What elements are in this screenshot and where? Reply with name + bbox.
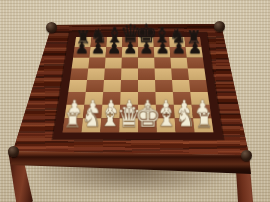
square-a4[interactable] [68, 80, 87, 92]
square-d6[interactable] [121, 57, 138, 68]
piece-white-knight[interactable]: ♞ [175, 107, 196, 130]
square-b6[interactable] [88, 57, 105, 68]
square-h4[interactable] [189, 80, 208, 92]
square-e5[interactable] [138, 68, 155, 80]
square-d7[interactable]: ♟ [122, 47, 138, 57]
square-g7[interactable]: ♟ [170, 47, 187, 57]
piece-white-rook[interactable]: ♜ [194, 110, 213, 131]
square-f7[interactable]: ♟ [154, 47, 171, 57]
photo-scene: ♜♞♝♛♚♝♞♜♟♟♟♟♟♟♟♟♟♟♟♟♟♟♟♟♜♞♝♛♚♝♞♜ [0, 0, 270, 202]
square-c7[interactable]: ♟ [106, 47, 123, 57]
square-g4[interactable] [172, 80, 190, 92]
corner-knob-back-left [46, 22, 57, 33]
square-g5[interactable] [171, 68, 189, 80]
square-a1[interactable]: ♜ [63, 118, 83, 132]
piece-black-pawn[interactable]: ♟ [90, 40, 104, 56]
square-h1[interactable]: ♜ [193, 118, 213, 132]
square-d5[interactable] [121, 68, 138, 80]
piece-black-pawn[interactable]: ♟ [123, 40, 137, 56]
corner-knob-front-right [241, 150, 252, 161]
square-h5[interactable] [188, 68, 206, 80]
square-f1[interactable]: ♝ [156, 118, 175, 132]
square-e6[interactable] [138, 57, 155, 68]
square-a6[interactable] [72, 57, 90, 68]
piece-black-pawn[interactable]: ♟ [74, 40, 88, 56]
square-g6[interactable] [170, 57, 187, 68]
piece-black-pawn[interactable]: ♟ [171, 40, 185, 56]
corner-knob-front-left [8, 146, 19, 157]
piece-black-pawn[interactable]: ♟ [187, 40, 201, 56]
square-f6[interactable] [154, 57, 171, 68]
square-h7[interactable]: ♟ [186, 47, 203, 57]
piece-black-pawn[interactable]: ♟ [107, 40, 121, 56]
square-b7[interactable]: ♟ [89, 47, 106, 57]
square-e7[interactable]: ♟ [138, 47, 154, 57]
square-e1[interactable]: ♚ [138, 118, 157, 132]
square-c4[interactable] [103, 80, 121, 92]
piece-white-rook[interactable]: ♜ [63, 110, 82, 131]
square-b4[interactable] [86, 80, 104, 92]
square-e4[interactable] [138, 80, 155, 92]
piece-black-pawn[interactable]: ♟ [155, 40, 169, 56]
square-a7[interactable]: ♟ [73, 47, 90, 57]
square-a5[interactable] [70, 68, 88, 80]
square-b5[interactable] [87, 68, 105, 80]
square-h6[interactable] [187, 57, 205, 68]
square-c6[interactable] [105, 57, 122, 68]
square-f5[interactable] [155, 68, 172, 80]
square-f4[interactable] [155, 80, 173, 92]
square-g1[interactable]: ♞ [175, 118, 195, 132]
piece-black-pawn[interactable]: ♟ [139, 40, 153, 56]
square-d4[interactable] [121, 80, 138, 92]
chess-board[interactable]: ♜♞♝♛♚♝♞♜♟♟♟♟♟♟♟♟♟♟♟♟♟♟♟♟♜♞♝♛♚♝♞♜ [53, 32, 224, 139]
corner-knob-back-right [214, 21, 225, 32]
square-c5[interactable] [104, 68, 121, 80]
